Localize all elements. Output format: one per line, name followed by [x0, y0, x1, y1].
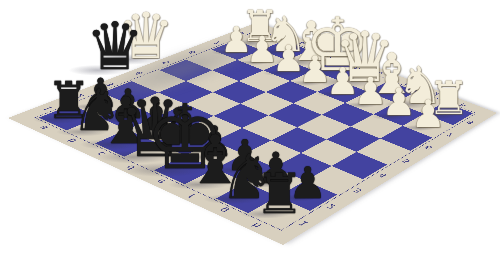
piece-white-pawn-h7: ♟: [411, 95, 445, 133]
piece-black-rook-h1: ♜: [254, 166, 304, 222]
black-rook-glyph: ♜: [254, 161, 304, 226]
white-pawn-glyph: ♟: [411, 91, 445, 136]
chess-set-photo: aabbccddeeffgghh1122334455667788 ♜♞♝♛♚♝♞…: [0, 0, 500, 260]
